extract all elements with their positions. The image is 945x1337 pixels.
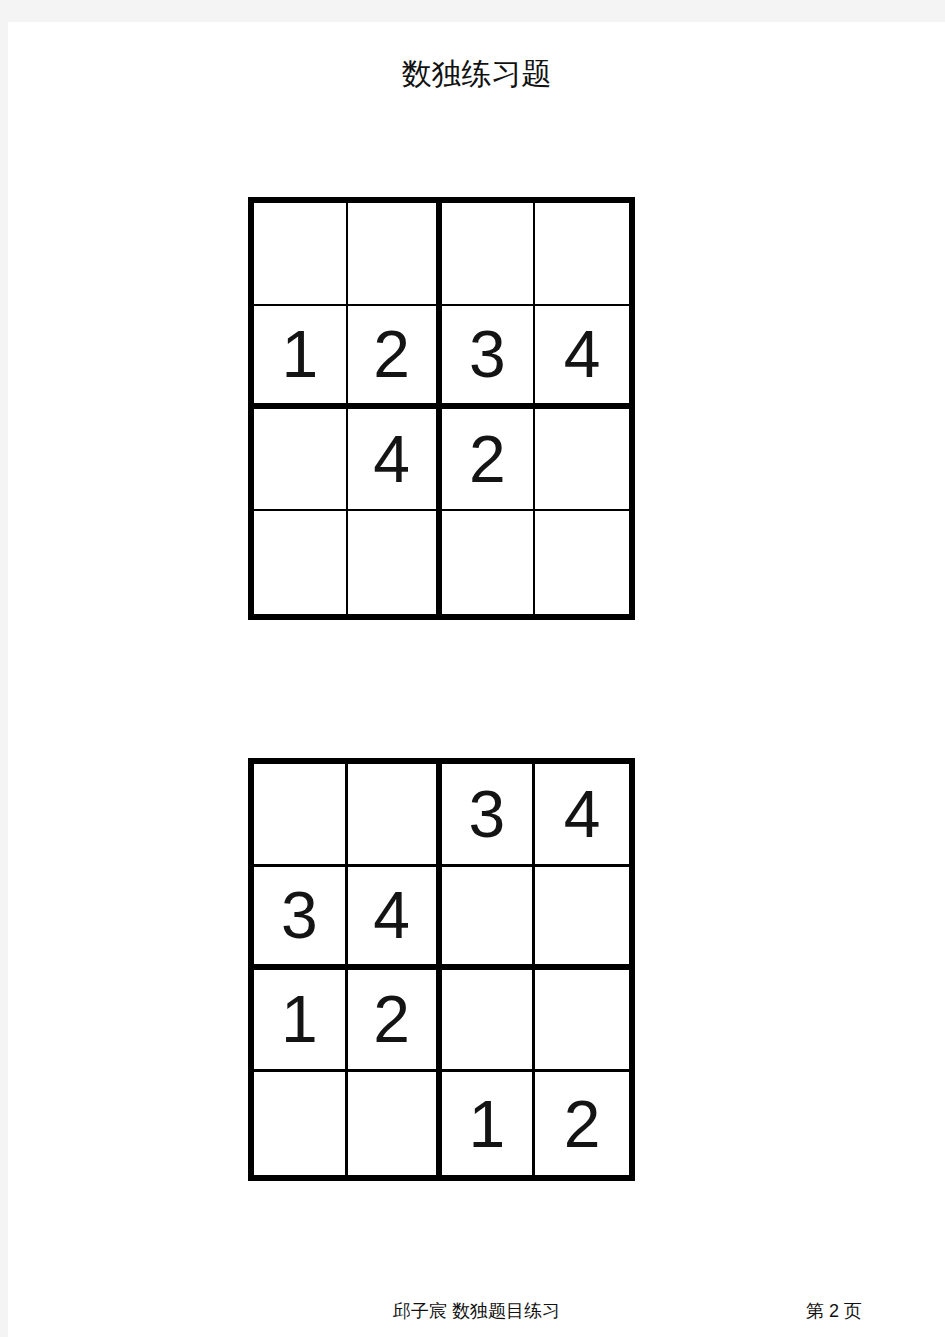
- cell-r2c4: [535, 867, 629, 970]
- sudoku-grid-1: 123442: [248, 197, 635, 620]
- cell-r2c2: 4: [348, 867, 442, 970]
- document-page: 数独练习题 123442 34341212 邱子宸 数独题目练习 第 2 页: [8, 22, 945, 1337]
- cell-r2c1: 1: [254, 306, 348, 409]
- cell-r3c3: [442, 970, 536, 1073]
- cell-r4c1: [254, 511, 348, 614]
- page-title: 数独练习题: [8, 58, 945, 90]
- cell-r4c3: 1: [442, 1072, 536, 1175]
- cell-r4c3: [442, 511, 536, 614]
- cell-r2c1: 3: [254, 867, 348, 970]
- cell-r3c3: 2: [442, 409, 536, 512]
- cell-r3c2: 4: [348, 409, 442, 512]
- cell-r1c2: [348, 764, 442, 867]
- cell-r1c1: [254, 203, 348, 306]
- cell-r3c4: [535, 409, 629, 512]
- cell-r4c4: [535, 511, 629, 614]
- cell-r3c1: [254, 409, 348, 512]
- cell-r1c2: [348, 203, 442, 306]
- footer-author-line: 邱子宸 数独题目练习: [8, 1300, 945, 1322]
- cell-r1c3: [442, 203, 536, 306]
- cell-r4c1: [254, 1072, 348, 1175]
- cell-r2c3: 3: [442, 306, 536, 409]
- cell-r4c2: [348, 511, 442, 614]
- cell-r2c2: 2: [348, 306, 442, 409]
- sudoku-grid-2: 34341212: [248, 758, 635, 1181]
- cell-r4c4: 2: [535, 1072, 629, 1175]
- cell-r2c3: [442, 867, 536, 970]
- cell-r2c4: 4: [535, 306, 629, 409]
- cell-r3c1: 1: [254, 970, 348, 1073]
- cell-r4c2: [348, 1072, 442, 1175]
- cell-r1c4: 4: [535, 764, 629, 867]
- cell-r3c4: [535, 970, 629, 1073]
- cell-r1c4: [535, 203, 629, 306]
- cell-r1c3: 3: [442, 764, 536, 867]
- cell-r1c1: [254, 764, 348, 867]
- footer-page-number: 第 2 页: [806, 1300, 862, 1322]
- cell-r3c2: 2: [348, 970, 442, 1073]
